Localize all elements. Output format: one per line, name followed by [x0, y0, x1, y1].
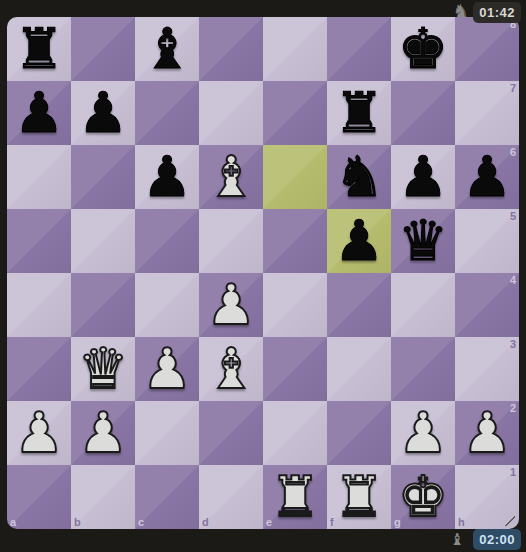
square-g7[interactable] [391, 81, 455, 145]
square-d1[interactable]: d [199, 465, 263, 529]
square-h2[interactable]: 2♟ [455, 401, 519, 465]
square-d4[interactable]: ♟ [199, 273, 263, 337]
white-pawn[interactable]: ♟ [391, 401, 455, 465]
chess-game-screen: ♞ 01:42 ♜♝♚8♟♟♜7♟♝♞♟6♟♟♛5♟4♛♟♝3♟♟♟2♟abcd… [0, 0, 526, 552]
square-c6[interactable]: ♟ [135, 145, 199, 209]
top-player-clock: 01:42 [473, 2, 521, 23]
square-a5[interactable] [7, 209, 71, 273]
black-king[interactable]: ♚ [391, 17, 455, 81]
square-h8[interactable]: 8 [455, 17, 519, 81]
white-queen[interactable]: ♛ [71, 337, 135, 401]
black-bishop[interactable]: ♝ [135, 17, 199, 81]
square-g5[interactable]: ♛ [391, 209, 455, 273]
white-pawn[interactable]: ♟ [455, 401, 519, 465]
square-d7[interactable] [199, 81, 263, 145]
black-rook[interactable]: ♜ [327, 81, 391, 145]
square-e5[interactable] [263, 209, 327, 273]
square-f5[interactable]: ♟ [327, 209, 391, 273]
square-a6[interactable] [7, 145, 71, 209]
square-f8[interactable] [327, 17, 391, 81]
white-pawn[interactable]: ♟ [71, 401, 135, 465]
square-a7[interactable]: ♟ [7, 81, 71, 145]
square-d2[interactable] [199, 401, 263, 465]
white-bishop[interactable]: ♝ [199, 145, 263, 209]
black-queen[interactable]: ♛ [391, 209, 455, 273]
square-b5[interactable] [71, 209, 135, 273]
square-c7[interactable] [135, 81, 199, 145]
file-label-d: d [202, 516, 209, 528]
square-a3[interactable] [7, 337, 71, 401]
square-e7[interactable] [263, 81, 327, 145]
square-d8[interactable] [199, 17, 263, 81]
square-a4[interactable] [7, 273, 71, 337]
square-g3[interactable] [391, 337, 455, 401]
white-king[interactable]: ♚ [391, 465, 455, 529]
square-g4[interactable] [391, 273, 455, 337]
square-b8[interactable] [71, 17, 135, 81]
white-pawn[interactable]: ♟ [7, 401, 71, 465]
square-e8[interactable] [263, 17, 327, 81]
bishop-icon: ♝ [450, 530, 464, 550]
chess-board[interactable]: ♜♝♚8♟♟♜7♟♝♞♟6♟♟♛5♟4♛♟♝3♟♟♟2♟abcde♜f♜g♚h1 [7, 17, 519, 529]
square-f7[interactable]: ♜ [327, 81, 391, 145]
black-pawn[interactable]: ♟ [7, 81, 71, 145]
white-pawn[interactable]: ♟ [199, 273, 263, 337]
square-c8[interactable]: ♝ [135, 17, 199, 81]
square-f4[interactable] [327, 273, 391, 337]
square-f3[interactable] [327, 337, 391, 401]
white-rook[interactable]: ♜ [263, 465, 327, 529]
square-f6[interactable]: ♞ [327, 145, 391, 209]
square-a2[interactable]: ♟ [7, 401, 71, 465]
square-e2[interactable] [263, 401, 327, 465]
square-d6[interactable]: ♝ [199, 145, 263, 209]
square-h6[interactable]: 6♟ [455, 145, 519, 209]
square-d5[interactable] [199, 209, 263, 273]
square-b6[interactable] [71, 145, 135, 209]
square-c3[interactable]: ♟ [135, 337, 199, 401]
square-e1[interactable]: e♜ [263, 465, 327, 529]
square-b4[interactable] [71, 273, 135, 337]
rank-label-5: 5 [510, 210, 516, 222]
rank-label-4: 4 [510, 274, 516, 286]
file-label-a: a [10, 516, 16, 528]
black-pawn[interactable]: ♟ [327, 209, 391, 273]
square-f1[interactable]: f♜ [327, 465, 391, 529]
square-c4[interactable] [135, 273, 199, 337]
square-g8[interactable]: ♚ [391, 17, 455, 81]
square-b2[interactable]: ♟ [71, 401, 135, 465]
square-g6[interactable]: ♟ [391, 145, 455, 209]
square-g2[interactable]: ♟ [391, 401, 455, 465]
black-rook[interactable]: ♜ [7, 17, 71, 81]
white-rook[interactable]: ♜ [327, 465, 391, 529]
black-knight[interactable]: ♞ [327, 145, 391, 209]
square-a8[interactable]: ♜ [7, 17, 71, 81]
square-h4[interactable]: 4 [455, 273, 519, 337]
square-e6[interactable] [263, 145, 327, 209]
black-pawn[interactable]: ♟ [135, 145, 199, 209]
board-container: ♜♝♚8♟♟♜7♟♝♞♟6♟♟♛5♟4♛♟♝3♟♟♟2♟abcde♜f♜g♚h1 [7, 17, 519, 529]
white-bishop[interactable]: ♝ [199, 337, 263, 401]
file-label-h: h [458, 516, 465, 528]
square-f2[interactable] [327, 401, 391, 465]
square-a1[interactable]: a [7, 465, 71, 529]
square-b3[interactable]: ♛ [71, 337, 135, 401]
black-pawn[interactable]: ♟ [391, 145, 455, 209]
square-h5[interactable]: 5 [455, 209, 519, 273]
square-e4[interactable] [263, 273, 327, 337]
bottom-player-clock: 02:00 [473, 529, 521, 550]
black-pawn[interactable]: ♟ [71, 81, 135, 145]
square-b7[interactable]: ♟ [71, 81, 135, 145]
rank-label-1: 1 [510, 466, 516, 478]
knight-icon: ♞ [453, 1, 469, 21]
square-h7[interactable]: 7 [455, 81, 519, 145]
square-d3[interactable]: ♝ [199, 337, 263, 401]
file-label-c: c [138, 516, 144, 528]
square-c5[interactable] [135, 209, 199, 273]
square-e3[interactable] [263, 337, 327, 401]
square-h3[interactable]: 3 [455, 337, 519, 401]
file-label-b: b [74, 516, 81, 528]
square-c1[interactable]: c [135, 465, 199, 529]
white-pawn[interactable]: ♟ [135, 337, 199, 401]
square-c2[interactable] [135, 401, 199, 465]
black-pawn[interactable]: ♟ [455, 145, 519, 209]
square-b1[interactable]: b [71, 465, 135, 529]
square-g1[interactable]: g♚ [391, 465, 455, 529]
rank-label-3: 3 [510, 338, 516, 350]
rank-label-7: 7 [510, 82, 516, 94]
